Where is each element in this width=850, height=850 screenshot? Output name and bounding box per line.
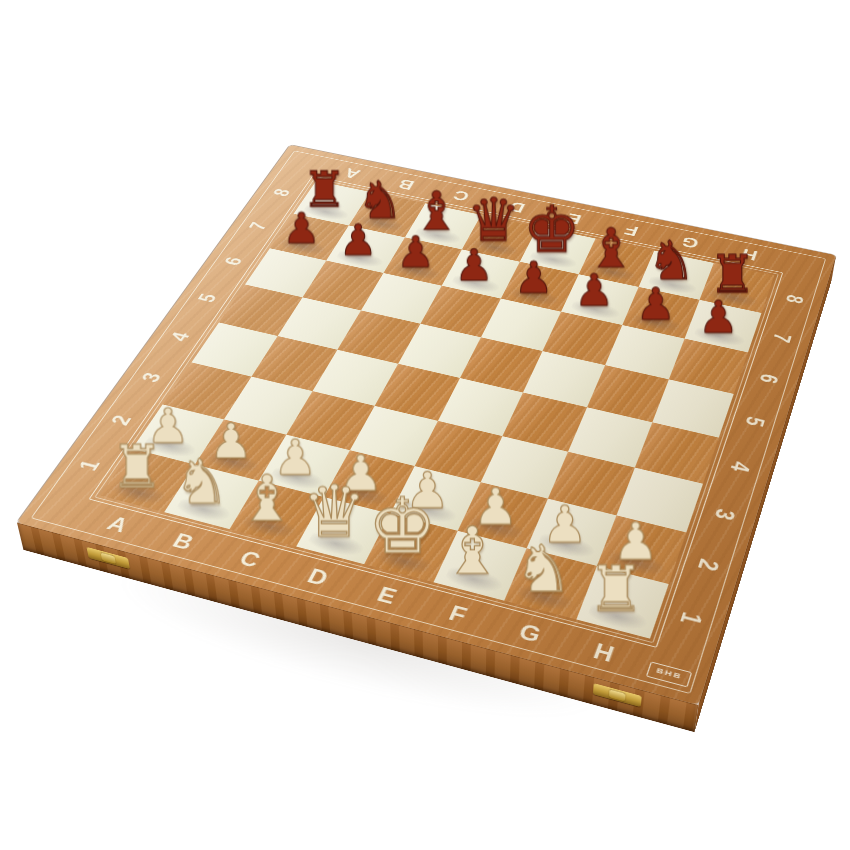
chess-box-scene: ABCDEFGH ABCDEFGH 87654321 87654321 BHB … — [140, 58, 780, 698]
file-label-near-c: C — [210, 540, 290, 579]
file-label-far-h: H — [717, 241, 782, 268]
file-label-far-e: E — [542, 205, 606, 231]
maker-logo-badge: BHB — [646, 661, 692, 687]
white-knight-icon: ♞ — [514, 537, 572, 602]
file-label-near-e: E — [347, 576, 428, 616]
file-label-near-d: D — [278, 558, 358, 598]
white-rook-icon: ♜ — [110, 437, 163, 496]
white-bishop-icon: ♝ — [443, 518, 502, 583]
white-rook-icon: ♜ — [588, 557, 645, 620]
file-label-near-a: A — [79, 506, 157, 543]
file-label-near-b: B — [144, 523, 223, 561]
brass-clasp-icon-left — [87, 547, 131, 569]
file-label-far-a: A — [321, 161, 383, 185]
file-label-near-f: F — [417, 594, 499, 635]
photo-background: { "game": "chess", "scene": "folding woo… — [0, 0, 850, 850]
white-knight-icon: ♞ — [174, 451, 229, 513]
rank-label-left-3: 3 — [109, 353, 194, 403]
file-label-near-g: G — [489, 613, 571, 655]
white-king-icon: ♚ — [368, 488, 437, 565]
white-queen-icon: ♛ — [302, 476, 366, 548]
file-label-far-g: G — [658, 229, 723, 255]
file-label-far-f: F — [599, 217, 663, 243]
chess-board: ABCDEFGH ABCDEFGH 87654321 87654321 BHB … — [17, 145, 836, 705]
file-label-near-h: H — [563, 632, 646, 675]
file-label-far-d: D — [485, 194, 549, 219]
file-label-far-c: C — [430, 183, 493, 208]
file-label-far-b: B — [375, 172, 438, 196]
white-bishop-icon: ♝ — [239, 467, 296, 530]
